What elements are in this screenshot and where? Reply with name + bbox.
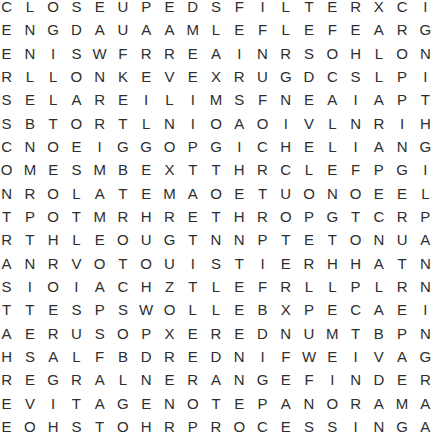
grid-cell[interactable]: R bbox=[42, 321, 65, 344]
grid-cell[interactable]: O bbox=[42, 275, 65, 298]
grid-cell[interactable]: U bbox=[274, 182, 297, 205]
grid-cell[interactable]: L bbox=[65, 345, 88, 368]
grid-cell[interactable]: E bbox=[228, 182, 251, 205]
grid-cell[interactable]: R bbox=[274, 275, 297, 298]
grid-cell[interactable]: R bbox=[251, 158, 274, 181]
grid-cell[interactable]: H bbox=[344, 42, 367, 65]
grid-cell[interactable]: A bbox=[135, 18, 158, 41]
grid-cell[interactable]: L bbox=[367, 275, 390, 298]
grid-cell[interactable]: P bbox=[251, 391, 274, 414]
grid-cell[interactable]: D bbox=[297, 65, 320, 88]
grid-cell[interactable]: I bbox=[390, 112, 413, 135]
grid-cell[interactable]: C bbox=[0, 135, 18, 158]
grid-cell[interactable]: R bbox=[204, 321, 227, 344]
grid-cell[interactable]: E bbox=[135, 65, 158, 88]
grid-cell[interactable]: E bbox=[88, 228, 111, 251]
grid-cell[interactable]: I bbox=[344, 345, 367, 368]
grid-cell[interactable]: T bbox=[111, 251, 134, 274]
grid-cell[interactable]: B bbox=[18, 112, 41, 135]
grid-cell[interactable]: D bbox=[367, 368, 390, 391]
grid-cell[interactable]: N bbox=[251, 42, 274, 65]
grid-cell[interactable]: R bbox=[88, 88, 111, 111]
grid-cell[interactable]: E bbox=[65, 135, 88, 158]
grid-cell[interactable]: N bbox=[321, 182, 344, 205]
grid-cell[interactable]: D bbox=[135, 345, 158, 368]
grid-cell[interactable]: V bbox=[158, 65, 181, 88]
grid-cell[interactable]: E bbox=[228, 18, 251, 41]
grid-cell[interactable]: H bbox=[135, 275, 158, 298]
grid-cell[interactable]: P bbox=[88, 298, 111, 321]
grid-cell[interactable]: N bbox=[18, 135, 41, 158]
grid-cell[interactable]: P bbox=[18, 205, 41, 228]
grid-cell[interactable]: E bbox=[228, 275, 251, 298]
grid-cell[interactable]: R bbox=[158, 205, 181, 228]
grid-cell[interactable]: A bbox=[204, 42, 227, 65]
grid-cell[interactable]: O bbox=[158, 298, 181, 321]
grid-cell[interactable]: C bbox=[390, 0, 413, 18]
grid-cell[interactable]: E bbox=[181, 42, 204, 65]
grid-cell[interactable]: R bbox=[158, 42, 181, 65]
grid-cell[interactable]: M bbox=[18, 158, 41, 181]
grid-cell[interactable]: U bbox=[158, 251, 181, 274]
grid-cell[interactable]: O bbox=[390, 42, 413, 65]
grid-cell[interactable]: C bbox=[344, 298, 367, 321]
grid-cell[interactable]: H bbox=[135, 205, 158, 228]
grid-cell[interactable]: G bbox=[42, 18, 65, 41]
grid-cell[interactable]: L bbox=[111, 368, 134, 391]
grid-cell[interactable]: S bbox=[65, 0, 88, 18]
grid-cell[interactable]: P bbox=[135, 0, 158, 18]
grid-cell[interactable]: H bbox=[274, 135, 297, 158]
grid-cell[interactable]: G bbox=[414, 345, 437, 368]
grid-cell[interactable]: G bbox=[274, 65, 297, 88]
grid-cell[interactable]: U bbox=[111, 18, 134, 41]
grid-cell[interactable]: C bbox=[367, 205, 390, 228]
grid-cell[interactable]: E bbox=[18, 88, 41, 111]
grid-cell[interactable]: U bbox=[135, 228, 158, 251]
grid-cell[interactable]: H bbox=[228, 205, 251, 228]
grid-cell[interactable]: S bbox=[297, 42, 320, 65]
grid-cell[interactable]: A bbox=[367, 298, 390, 321]
grid-cell[interactable]: M bbox=[88, 158, 111, 181]
grid-cell[interactable]: B bbox=[251, 298, 274, 321]
grid-cell[interactable]: R bbox=[42, 251, 65, 274]
grid-cell[interactable]: E bbox=[390, 298, 413, 321]
grid-cell[interactable]: T bbox=[181, 228, 204, 251]
grid-cell[interactable]: W bbox=[88, 42, 111, 65]
grid-cell[interactable]: V bbox=[297, 112, 320, 135]
grid-cell[interactable]: I bbox=[251, 0, 274, 18]
grid-cell[interactable]: T bbox=[0, 205, 18, 228]
grid-cell[interactable]: N bbox=[414, 275, 437, 298]
grid-cell[interactable]: C bbox=[251, 135, 274, 158]
grid-cell[interactable]: H bbox=[42, 415, 65, 438]
grid-cell[interactable]: N bbox=[158, 391, 181, 414]
grid-cell[interactable]: T bbox=[297, 0, 320, 18]
grid-cell[interactable]: S bbox=[65, 42, 88, 65]
grid-cell[interactable]: A bbox=[367, 391, 390, 414]
grid-cell[interactable]: A bbox=[88, 18, 111, 41]
grid-cell[interactable]: O bbox=[111, 415, 134, 438]
grid-cell[interactable]: T bbox=[204, 205, 227, 228]
grid-cell[interactable]: P bbox=[181, 135, 204, 158]
grid-cell[interactable]: C bbox=[251, 415, 274, 438]
grid-cell[interactable]: D bbox=[65, 18, 88, 41]
grid-cell[interactable]: G bbox=[111, 391, 134, 414]
grid-cell[interactable]: T bbox=[18, 228, 41, 251]
grid-cell[interactable]: A bbox=[65, 88, 88, 111]
grid-cell[interactable]: E bbox=[158, 0, 181, 18]
grid-cell[interactable]: A bbox=[321, 88, 344, 111]
grid-cell[interactable]: R bbox=[181, 368, 204, 391]
grid-cell[interactable]: E bbox=[158, 368, 181, 391]
grid-cell[interactable]: F bbox=[251, 275, 274, 298]
grid-cell[interactable]: G bbox=[414, 18, 437, 41]
grid-cell[interactable]: N bbox=[18, 42, 41, 65]
grid-cell[interactable]: O bbox=[111, 228, 134, 251]
grid-cell[interactable]: C bbox=[111, 275, 134, 298]
grid-cell[interactable]: H bbox=[135, 415, 158, 438]
grid-cell[interactable]: Z bbox=[158, 275, 181, 298]
grid-cell[interactable]: X bbox=[274, 298, 297, 321]
grid-cell[interactable]: A bbox=[274, 391, 297, 414]
grid-cell[interactable]: E bbox=[0, 391, 18, 414]
grid-cell[interactable]: E bbox=[321, 158, 344, 181]
grid-cell[interactable]: F bbox=[251, 88, 274, 111]
grid-cell[interactable]: P bbox=[390, 65, 413, 88]
grid-cell[interactable]: H bbox=[344, 251, 367, 274]
grid-cell[interactable]: R bbox=[367, 112, 390, 135]
grid-cell[interactable]: N bbox=[297, 391, 320, 414]
grid-cell[interactable]: E bbox=[274, 368, 297, 391]
grid-cell[interactable]: A bbox=[390, 345, 413, 368]
grid-cell[interactable]: R bbox=[18, 182, 41, 205]
grid-cell[interactable]: O bbox=[88, 251, 111, 274]
grid-cell[interactable]: L bbox=[321, 135, 344, 158]
grid-cell[interactable]: I bbox=[414, 65, 437, 88]
grid-cell[interactable]: T bbox=[321, 228, 344, 251]
grid-cell[interactable]: O bbox=[274, 205, 297, 228]
grid-cell[interactable]: F bbox=[88, 345, 111, 368]
grid-cell[interactable]: E bbox=[0, 18, 18, 41]
grid-cell[interactable]: O bbox=[42, 135, 65, 158]
grid-cell[interactable]: E bbox=[228, 321, 251, 344]
grid-cell[interactable]: I bbox=[42, 391, 65, 414]
grid-cell[interactable]: I bbox=[344, 135, 367, 158]
grid-cell[interactable]: C bbox=[274, 158, 297, 181]
grid-cell[interactable]: N bbox=[274, 88, 297, 111]
grid-cell[interactable]: G bbox=[158, 228, 181, 251]
grid-cell[interactable]: S bbox=[0, 112, 18, 135]
grid-cell[interactable]: A bbox=[367, 18, 390, 41]
grid-cell[interactable]: N bbox=[344, 112, 367, 135]
grid-cell[interactable]: T bbox=[65, 205, 88, 228]
grid-cell[interactable]: T bbox=[344, 321, 367, 344]
grid-cell[interactable]: S bbox=[88, 321, 111, 344]
grid-cell[interactable]: G bbox=[321, 205, 344, 228]
grid-cell[interactable]: R bbox=[0, 368, 18, 391]
grid-cell[interactable]: T bbox=[414, 88, 437, 111]
grid-cell[interactable]: N bbox=[390, 135, 413, 158]
grid-cell[interactable]: E bbox=[111, 88, 134, 111]
grid-cell[interactable]: L bbox=[367, 65, 390, 88]
grid-cell[interactable]: A bbox=[88, 275, 111, 298]
grid-cell[interactable]: O bbox=[321, 42, 344, 65]
grid-cell[interactable]: O bbox=[321, 391, 344, 414]
grid-cell[interactable]: F bbox=[344, 158, 367, 181]
grid-cell[interactable]: T bbox=[18, 298, 41, 321]
grid-cell[interactable]: G bbox=[251, 368, 274, 391]
grid-cell[interactable]: T bbox=[181, 275, 204, 298]
grid-cell[interactable]: I bbox=[65, 275, 88, 298]
grid-cell[interactable]: A bbox=[367, 88, 390, 111]
grid-cell[interactable]: F bbox=[274, 345, 297, 368]
grid-cell[interactable]: H bbox=[42, 228, 65, 251]
grid-cell[interactable]: O bbox=[42, 0, 65, 18]
grid-cell[interactable]: E bbox=[0, 42, 18, 65]
grid-cell[interactable]: V bbox=[367, 345, 390, 368]
grid-cell[interactable]: M bbox=[204, 88, 227, 111]
grid-cell[interactable]: D bbox=[204, 345, 227, 368]
grid-cell[interactable]: E bbox=[42, 158, 65, 181]
grid-cell[interactable]: I bbox=[414, 0, 437, 18]
grid-cell[interactable]: S bbox=[0, 275, 18, 298]
grid-cell[interactable]: G bbox=[135, 135, 158, 158]
grid-cell[interactable]: U bbox=[390, 228, 413, 251]
grid-cell[interactable]: I bbox=[251, 251, 274, 274]
grid-cell[interactable]: I bbox=[414, 298, 437, 321]
grid-cell[interactable]: O bbox=[344, 228, 367, 251]
grid-cell[interactable]: O bbox=[65, 112, 88, 135]
grid-cell[interactable]: G bbox=[390, 158, 413, 181]
grid-cell[interactable]: P bbox=[344, 275, 367, 298]
grid-cell[interactable]: S bbox=[111, 298, 134, 321]
grid-cell[interactable]: A bbox=[414, 415, 437, 438]
grid-cell[interactable]: E bbox=[181, 321, 204, 344]
grid-cell[interactable]: G bbox=[414, 135, 437, 158]
grid-cell[interactable]: E bbox=[297, 88, 320, 111]
grid-cell[interactable]: I bbox=[274, 112, 297, 135]
grid-cell[interactable]: V bbox=[18, 391, 41, 414]
grid-cell[interactable]: A bbox=[414, 391, 437, 414]
grid-cell[interactable]: A bbox=[228, 112, 251, 135]
grid-cell[interactable]: N bbox=[0, 182, 18, 205]
grid-cell[interactable]: S bbox=[65, 415, 88, 438]
grid-cell[interactable]: A bbox=[158, 18, 181, 41]
grid-cell[interactable]: E bbox=[228, 391, 251, 414]
grid-cell[interactable]: E bbox=[390, 368, 413, 391]
grid-cell[interactable]: T bbox=[42, 112, 65, 135]
grid-cell[interactable]: P bbox=[414, 205, 437, 228]
grid-cell[interactable]: B bbox=[111, 345, 134, 368]
grid-cell[interactable]: A bbox=[367, 135, 390, 158]
grid-cell[interactable]: S bbox=[204, 0, 227, 18]
grid-cell[interactable]: F bbox=[297, 368, 320, 391]
grid-cell[interactable]: F bbox=[228, 0, 251, 18]
grid-cell[interactable]: T bbox=[228, 251, 251, 274]
grid-cell[interactable]: A bbox=[88, 368, 111, 391]
grid-cell[interactable]: L bbox=[18, 0, 41, 18]
grid-cell[interactable]: G bbox=[111, 135, 134, 158]
grid-cell[interactable]: R bbox=[390, 275, 413, 298]
grid-cell[interactable]: R bbox=[158, 415, 181, 438]
grid-cell[interactable]: R bbox=[228, 65, 251, 88]
grid-cell[interactable]: E bbox=[135, 182, 158, 205]
grid-cell[interactable]: A bbox=[0, 251, 18, 274]
grid-cell[interactable]: E bbox=[344, 18, 367, 41]
grid-cell[interactable]: U bbox=[251, 65, 274, 88]
grid-cell[interactable]: R bbox=[344, 391, 367, 414]
grid-cell[interactable]: P bbox=[135, 321, 158, 344]
grid-cell[interactable]: R bbox=[390, 18, 413, 41]
grid-cell[interactable]: G bbox=[204, 135, 227, 158]
grid-cell[interactable]: M bbox=[390, 391, 413, 414]
grid-cell[interactable]: N bbox=[158, 112, 181, 135]
grid-cell[interactable]: L bbox=[181, 298, 204, 321]
grid-cell[interactable]: O bbox=[0, 158, 18, 181]
grid-cell[interactable]: E bbox=[274, 251, 297, 274]
grid-cell[interactable]: E bbox=[135, 391, 158, 414]
grid-cell[interactable]: C bbox=[321, 65, 344, 88]
grid-cell[interactable]: I bbox=[321, 368, 344, 391]
grid-cell[interactable]: S bbox=[321, 415, 344, 438]
grid-cell[interactable]: T bbox=[111, 182, 134, 205]
grid-cell[interactable]: E bbox=[181, 345, 204, 368]
grid-cell[interactable]: I bbox=[181, 88, 204, 111]
grid-cell[interactable]: N bbox=[367, 415, 390, 438]
grid-cell[interactable]: D bbox=[181, 0, 204, 18]
grid-cell[interactable]: R bbox=[204, 415, 227, 438]
grid-cell[interactable]: N bbox=[274, 321, 297, 344]
grid-cell[interactable]: O bbox=[181, 391, 204, 414]
grid-cell[interactable]: N bbox=[414, 321, 437, 344]
grid-cell[interactable]: M bbox=[181, 18, 204, 41]
grid-cell[interactable]: L bbox=[204, 275, 227, 298]
grid-cell[interactable]: I bbox=[88, 135, 111, 158]
grid-cell[interactable]: T bbox=[111, 112, 134, 135]
grid-cell[interactable]: T bbox=[274, 228, 297, 251]
grid-cell[interactable]: E bbox=[297, 18, 320, 41]
grid-cell[interactable]: P bbox=[297, 298, 320, 321]
grid-cell[interactable]: E bbox=[0, 415, 18, 438]
grid-cell[interactable]: E bbox=[88, 0, 111, 18]
grid-cell[interactable]: O bbox=[204, 182, 227, 205]
grid-cell[interactable]: G bbox=[42, 368, 65, 391]
grid-cell[interactable]: A bbox=[88, 182, 111, 205]
grid-cell[interactable]: W bbox=[135, 298, 158, 321]
grid-cell[interactable]: H bbox=[0, 345, 18, 368]
grid-cell[interactable]: H bbox=[228, 158, 251, 181]
grid-cell[interactable]: I bbox=[18, 275, 41, 298]
grid-cell[interactable]: A bbox=[181, 182, 204, 205]
grid-cell[interactable]: M bbox=[158, 182, 181, 205]
grid-cell[interactable]: A bbox=[414, 228, 437, 251]
grid-cell[interactable]: I bbox=[228, 42, 251, 65]
grid-cell[interactable]: V bbox=[65, 251, 88, 274]
grid-cell[interactable]: D bbox=[251, 321, 274, 344]
grid-cell[interactable]: K bbox=[111, 65, 134, 88]
grid-cell[interactable]: O bbox=[42, 182, 65, 205]
grid-cell[interactable]: S bbox=[0, 88, 18, 111]
grid-cell[interactable]: E bbox=[135, 158, 158, 181]
grid-cell[interactable]: L bbox=[42, 88, 65, 111]
grid-cell[interactable]: P bbox=[251, 228, 274, 251]
grid-cell[interactable]: L bbox=[158, 88, 181, 111]
grid-cell[interactable]: E bbox=[181, 65, 204, 88]
grid-cell[interactable]: S bbox=[204, 251, 227, 274]
grid-cell[interactable]: O bbox=[297, 182, 320, 205]
grid-cell[interactable]: C bbox=[0, 0, 18, 18]
grid-cell[interactable]: A bbox=[88, 391, 111, 414]
grid-cell[interactable]: R bbox=[344, 0, 367, 18]
grid-cell[interactable]: E bbox=[228, 298, 251, 321]
grid-cell[interactable]: S bbox=[297, 415, 320, 438]
grid-cell[interactable]: N bbox=[88, 65, 111, 88]
grid-cell[interactable]: L bbox=[414, 182, 437, 205]
grid-cell[interactable]: F bbox=[111, 42, 134, 65]
grid-cell[interactable]: L bbox=[321, 275, 344, 298]
grid-cell[interactable]: E bbox=[367, 182, 390, 205]
grid-cell[interactable]: A bbox=[367, 251, 390, 274]
grid-cell[interactable]: X bbox=[158, 321, 181, 344]
grid-cell[interactable]: L bbox=[65, 228, 88, 251]
grid-cell[interactable]: T bbox=[204, 391, 227, 414]
grid-cell[interactable]: A bbox=[42, 345, 65, 368]
grid-cell[interactable]: U bbox=[297, 321, 320, 344]
grid-cell[interactable]: R bbox=[0, 228, 18, 251]
grid-cell[interactable]: R bbox=[297, 251, 320, 274]
grid-cell[interactable]: M bbox=[88, 205, 111, 228]
grid-cell[interactable]: R bbox=[65, 368, 88, 391]
grid-cell[interactable]: N bbox=[414, 251, 437, 274]
grid-cell[interactable]: E bbox=[42, 298, 65, 321]
grid-cell[interactable]: R bbox=[88, 112, 111, 135]
grid-cell[interactable]: X bbox=[158, 158, 181, 181]
grid-cell[interactable]: G bbox=[390, 415, 413, 438]
grid-cell[interactable]: H bbox=[414, 112, 437, 135]
grid-cell[interactable]: N bbox=[228, 228, 251, 251]
grid-cell[interactable]: S bbox=[65, 158, 88, 181]
grid-cell[interactable]: S bbox=[228, 88, 251, 111]
grid-cell[interactable]: R bbox=[158, 345, 181, 368]
grid-cell[interactable]: E bbox=[18, 368, 41, 391]
grid-cell[interactable]: F bbox=[251, 18, 274, 41]
grid-cell[interactable]: L bbox=[274, 18, 297, 41]
grid-cell[interactable]: U bbox=[111, 0, 134, 18]
grid-cell[interactable]: P bbox=[390, 88, 413, 111]
grid-cell[interactable]: B bbox=[111, 158, 134, 181]
grid-cell[interactable]: R bbox=[251, 205, 274, 228]
grid-cell[interactable]: L bbox=[297, 158, 320, 181]
grid-cell[interactable]: X bbox=[367, 0, 390, 18]
grid-cell[interactable]: E bbox=[297, 228, 320, 251]
grid-cell[interactable]: L bbox=[135, 112, 158, 135]
grid-cell[interactable]: I bbox=[181, 112, 204, 135]
grid-cell[interactable]: L bbox=[274, 0, 297, 18]
grid-cell[interactable]: I bbox=[228, 135, 251, 158]
grid-cell[interactable]: O bbox=[228, 415, 251, 438]
grid-cell[interactable]: R bbox=[414, 368, 437, 391]
grid-cell[interactable]: N bbox=[367, 228, 390, 251]
grid-cell[interactable]: R bbox=[390, 205, 413, 228]
grid-cell[interactable]: L bbox=[18, 65, 41, 88]
grid-cell[interactable]: I bbox=[344, 88, 367, 111]
grid-cell[interactable]: O bbox=[18, 415, 41, 438]
grid-cell[interactable]: N bbox=[344, 368, 367, 391]
grid-cell[interactable]: O bbox=[344, 182, 367, 205]
grid-cell[interactable]: I bbox=[414, 158, 437, 181]
grid-cell[interactable]: P bbox=[390, 321, 413, 344]
